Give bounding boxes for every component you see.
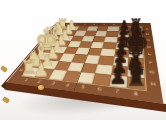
coordinate-label: B xyxy=(50,32,54,34)
coordinate-label: A xyxy=(145,28,148,30)
coordinate-label: 1 xyxy=(23,78,29,82)
coordinate-label: 2 xyxy=(36,80,42,84)
coordinate-label: D xyxy=(147,46,151,49)
coordinate-label: G xyxy=(149,71,155,75)
coordinate-label: 7 xyxy=(123,24,126,26)
coordinate-label: G xyxy=(25,61,30,64)
coordinate-label: A xyxy=(54,27,57,29)
coordinate-label: E xyxy=(148,53,152,56)
coordinate-label: C xyxy=(146,39,150,41)
coordinate-label: C xyxy=(46,36,50,38)
coordinate-label: B xyxy=(146,33,149,35)
coordinate-label: 2 xyxy=(74,24,77,26)
square-h7: ♟ xyxy=(109,75,127,88)
coordinate-label: 4 xyxy=(65,83,70,88)
coordinate-label: 6 xyxy=(97,87,102,92)
coordinate-label: 4 xyxy=(93,24,96,26)
coordinate-label: 6 xyxy=(113,24,116,26)
chess-board: 12345678 12345678 ABCDEFGH ABCDEFGH ♜♟♟♜… xyxy=(6,23,163,104)
perspective-scene: 12345678 12345678 ABCDEFGH ABCDEFGH ♜♟♟♜… xyxy=(0,0,166,120)
square-h6 xyxy=(92,73,110,86)
chess-set-photo: 12345678 12345678 ABCDEFGH ABCDEFGH ♜♟♟♜… xyxy=(0,0,166,120)
coordinate-label: 3 xyxy=(83,24,86,26)
coordinate-label: F xyxy=(31,54,35,57)
coordinate-label: D xyxy=(41,41,45,43)
file-coordinates-right: ABCDEFGH xyxy=(143,27,161,92)
coordinate-label: E xyxy=(37,47,41,49)
coordinate-label: H xyxy=(18,69,24,73)
coordinate-label: H xyxy=(150,82,156,87)
piece-black-pawn: ♟ xyxy=(112,50,128,66)
coordinate-label: 7 xyxy=(115,89,120,94)
brass-medallion xyxy=(38,85,44,90)
coordinate-label: 5 xyxy=(80,85,85,90)
coordinate-label: 3 xyxy=(50,81,56,85)
square-h8: ♜ xyxy=(126,76,145,90)
coordinate-label: F xyxy=(149,61,153,65)
coordinate-label: 1 xyxy=(65,24,68,25)
square-f6 xyxy=(98,56,114,65)
coordinate-label: 8 xyxy=(133,91,138,97)
square-e8: ♚ xyxy=(128,50,143,59)
coordinate-label: 8 xyxy=(134,24,137,26)
coordinate-label: 5 xyxy=(103,24,106,26)
